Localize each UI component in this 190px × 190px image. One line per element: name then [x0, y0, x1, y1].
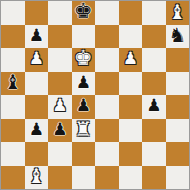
- black-pawn[interactable]: ♟: [29, 27, 44, 44]
- square-b8[interactable]: [25, 1, 49, 25]
- black-pawn[interactable]: ♟: [76, 97, 91, 114]
- white-bishop[interactable]: ♝: [168, 2, 186, 22]
- square-d7[interactable]: [72, 25, 96, 49]
- chess-board: ♚♝♟♞♟♚♟♝♟♟♟♟♟♟♜♝: [1, 1, 189, 189]
- square-c7[interactable]: [48, 25, 72, 49]
- square-e5[interactable]: [95, 72, 119, 96]
- square-d6[interactable]: ♚: [72, 48, 96, 72]
- square-c5[interactable]: [48, 72, 72, 96]
- square-g7[interactable]: [142, 25, 166, 49]
- square-a5[interactable]: ♝: [1, 72, 25, 96]
- square-h3[interactable]: [166, 119, 190, 143]
- square-b2[interactable]: [25, 142, 49, 166]
- white-pawn[interactable]: ♟: [29, 50, 44, 67]
- black-knight[interactable]: ♞: [168, 25, 186, 45]
- square-d1[interactable]: [72, 166, 96, 190]
- chess-board-frame: ♚♝♟♞♟♚♟♝♟♟♟♟♟♟♜♝: [0, 0, 190, 190]
- square-e2[interactable]: [95, 142, 119, 166]
- square-b6[interactable]: ♟: [25, 48, 49, 72]
- square-g1[interactable]: [142, 166, 166, 190]
- square-d2[interactable]: [72, 142, 96, 166]
- square-e7[interactable]: [95, 25, 119, 49]
- square-a8[interactable]: [1, 1, 25, 25]
- square-f2[interactable]: [119, 142, 143, 166]
- square-h5[interactable]: [166, 72, 190, 96]
- square-a1[interactable]: [1, 166, 25, 190]
- black-pawn[interactable]: ♟: [76, 74, 91, 91]
- square-f7[interactable]: [119, 25, 143, 49]
- square-f4[interactable]: [119, 95, 143, 119]
- square-c1[interactable]: [48, 166, 72, 190]
- square-e3[interactable]: [95, 119, 119, 143]
- square-a3[interactable]: [1, 119, 25, 143]
- black-pawn[interactable]: ♟: [52, 121, 67, 138]
- square-c4[interactable]: ♟: [48, 95, 72, 119]
- square-h8[interactable]: ♝: [166, 1, 190, 25]
- square-g5[interactable]: [142, 72, 166, 96]
- square-b3[interactable]: ♟: [25, 119, 49, 143]
- square-f1[interactable]: [119, 166, 143, 190]
- square-d5[interactable]: ♟: [72, 72, 96, 96]
- square-c8[interactable]: [48, 1, 72, 25]
- square-b5[interactable]: [25, 72, 49, 96]
- square-a6[interactable]: [1, 48, 25, 72]
- square-e6[interactable]: [95, 48, 119, 72]
- black-pawn[interactable]: ♟: [146, 97, 161, 114]
- black-bishop[interactable]: ♝: [4, 72, 22, 92]
- square-h1[interactable]: [166, 166, 190, 190]
- square-h6[interactable]: [166, 48, 190, 72]
- black-pawn[interactable]: ♟: [29, 121, 44, 138]
- square-b7[interactable]: ♟: [25, 25, 49, 49]
- square-d8[interactable]: ♚: [72, 1, 96, 25]
- square-g3[interactable]: [142, 119, 166, 143]
- square-e4[interactable]: [95, 95, 119, 119]
- square-h7[interactable]: ♞: [166, 25, 190, 49]
- white-pawn[interactable]: ♟: [52, 97, 67, 114]
- square-g2[interactable]: [142, 142, 166, 166]
- square-a7[interactable]: [1, 25, 25, 49]
- square-f3[interactable]: [119, 119, 143, 143]
- square-c2[interactable]: [48, 142, 72, 166]
- square-a4[interactable]: [1, 95, 25, 119]
- square-c6[interactable]: [48, 48, 72, 72]
- square-f5[interactable]: [119, 72, 143, 96]
- square-b1[interactable]: ♝: [25, 166, 49, 190]
- square-g8[interactable]: [142, 1, 166, 25]
- white-rook[interactable]: ♜: [74, 119, 92, 139]
- square-g6[interactable]: [142, 48, 166, 72]
- square-b4[interactable]: [25, 95, 49, 119]
- black-king[interactable]: ♚: [74, 1, 93, 22]
- square-d3[interactable]: ♜: [72, 119, 96, 143]
- square-e1[interactable]: [95, 166, 119, 190]
- white-bishop[interactable]: ♝: [27, 166, 45, 186]
- square-a2[interactable]: [1, 142, 25, 166]
- square-d4[interactable]: ♟: [72, 95, 96, 119]
- square-h2[interactable]: [166, 142, 190, 166]
- white-king[interactable]: ♚: [74, 48, 93, 69]
- square-f8[interactable]: [119, 1, 143, 25]
- square-g4[interactable]: ♟: [142, 95, 166, 119]
- square-c3[interactable]: ♟: [48, 119, 72, 143]
- square-f6[interactable]: ♟: [119, 48, 143, 72]
- square-h4[interactable]: [166, 95, 190, 119]
- square-e8[interactable]: [95, 1, 119, 25]
- white-pawn[interactable]: ♟: [123, 50, 138, 67]
